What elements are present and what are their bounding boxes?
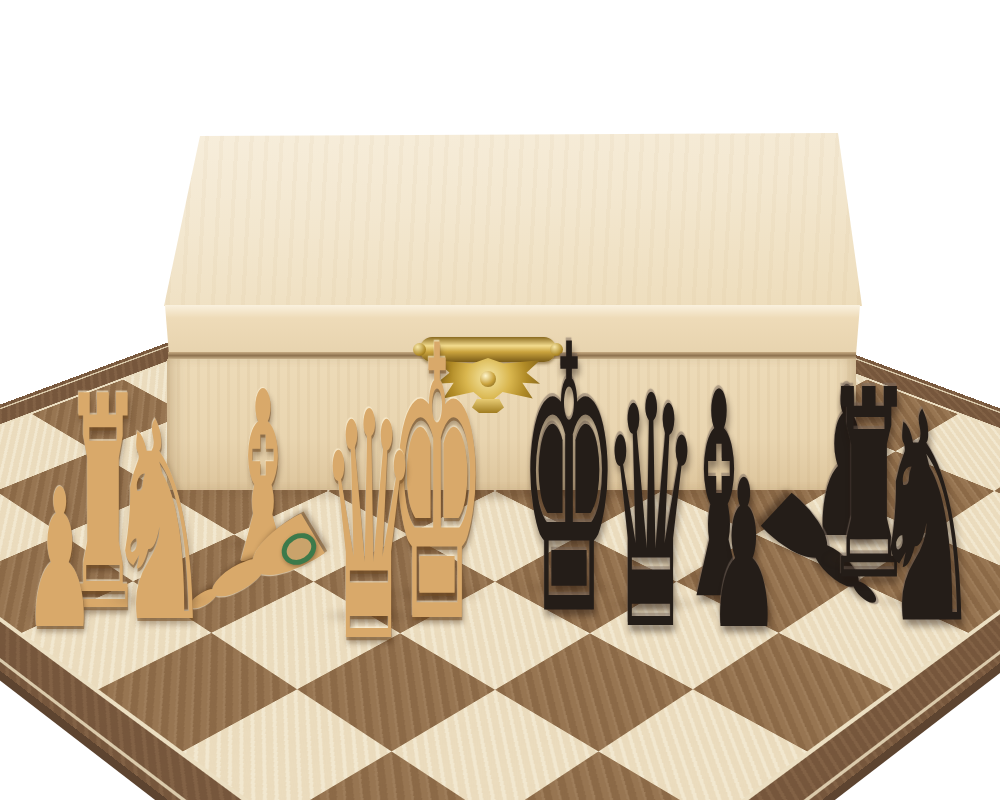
wooden-box-lid-top	[160, 130, 866, 310]
white-pawn-piece: ♟	[0, 479, 122, 617]
black-pawn-piece: ♟	[680, 473, 807, 615]
white-queen-piece: ♛	[281, 423, 457, 619]
photo-stage: ♟♜♞♝♟♛♚♚♛♝♟♟♟♜♞	[0, 0, 1000, 800]
black-knight-piece: ♞	[841, 414, 1000, 604]
